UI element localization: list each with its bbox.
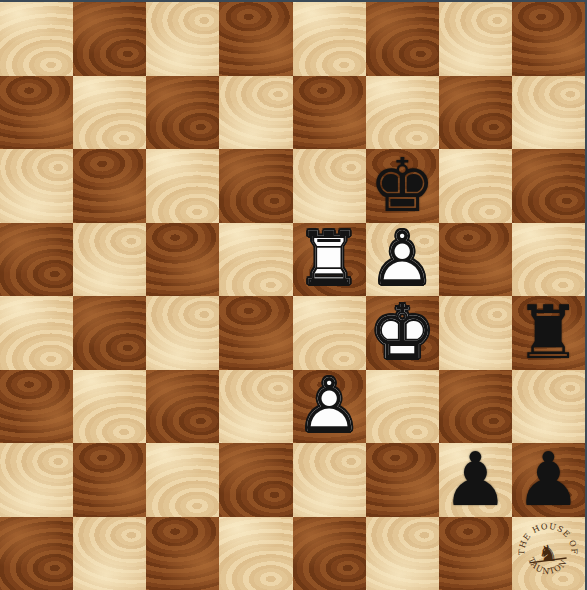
square-g6[interactable] xyxy=(439,149,512,223)
square-f5[interactable]: ♟♙ xyxy=(366,223,439,297)
square-c7[interactable] xyxy=(146,76,219,150)
black-pawn-glyph: ♟ xyxy=(442,443,508,515)
square-e4[interactable] xyxy=(293,296,366,370)
white-rook-glyph: ♜ xyxy=(296,223,362,295)
square-h3[interactable] xyxy=(512,370,585,444)
square-g8[interactable] xyxy=(439,2,512,76)
square-d4[interactable] xyxy=(219,296,292,370)
square-b5[interactable] xyxy=(73,223,146,297)
square-g7[interactable] xyxy=(439,76,512,150)
square-a7[interactable] xyxy=(0,76,73,150)
square-a5[interactable] xyxy=(0,223,73,297)
black-rook-glyph: ♜ xyxy=(515,296,581,368)
board-screenshot: ♚♜♖♟♙♚♔♜♟♙♟♟THE HOUSE OFSTAUNTON®♞ xyxy=(0,0,587,590)
square-c6[interactable] xyxy=(146,149,219,223)
square-f1[interactable] xyxy=(366,517,439,590)
square-h6[interactable] xyxy=(512,149,585,223)
square-d2[interactable] xyxy=(219,443,292,517)
square-e5[interactable]: ♜♖ xyxy=(293,223,366,297)
square-c3[interactable] xyxy=(146,370,219,444)
square-b8[interactable] xyxy=(73,2,146,76)
black-pawn[interactable]: ♟ xyxy=(512,443,585,517)
square-b7[interactable] xyxy=(73,76,146,150)
square-f6[interactable]: ♚ xyxy=(366,149,439,223)
square-a3[interactable] xyxy=(0,370,73,444)
black-pawn[interactable]: ♟ xyxy=(439,443,512,517)
square-h1[interactable]: THE HOUSE OFSTAUNTON®♞ xyxy=(512,517,585,590)
logo-knight-icon: ♞ xyxy=(538,540,558,566)
square-b3[interactable] xyxy=(73,370,146,444)
black-king-glyph: ♚ xyxy=(369,149,435,221)
square-f4[interactable]: ♚♔ xyxy=(366,296,439,370)
square-b4[interactable] xyxy=(73,296,146,370)
square-e7[interactable] xyxy=(293,76,366,150)
square-e6[interactable] xyxy=(293,149,366,223)
square-h7[interactable] xyxy=(512,76,585,150)
white-king-glyph: ♚ xyxy=(369,296,435,368)
white-pawn[interactable]: ♟♙ xyxy=(293,370,366,444)
square-c4[interactable] xyxy=(146,296,219,370)
white-pawn[interactable]: ♟♙ xyxy=(366,223,439,297)
white-pawn-glyph: ♟ xyxy=(369,223,435,295)
square-b6[interactable] xyxy=(73,149,146,223)
square-d1[interactable] xyxy=(219,517,292,590)
square-e8[interactable] xyxy=(293,2,366,76)
square-h2[interactable]: ♟ xyxy=(512,443,585,517)
square-a1[interactable] xyxy=(0,517,73,590)
square-d3[interactable] xyxy=(219,370,292,444)
square-c1[interactable] xyxy=(146,517,219,590)
square-b2[interactable] xyxy=(73,443,146,517)
square-g4[interactable] xyxy=(439,296,512,370)
square-d7[interactable] xyxy=(219,76,292,150)
white-pawn-outline-glyph: ♙ xyxy=(369,223,435,295)
chess-board: ♚♜♖♟♙♚♔♜♟♙♟♟THE HOUSE OFSTAUNTON®♞ xyxy=(0,2,585,590)
square-a4[interactable] xyxy=(0,296,73,370)
square-c8[interactable] xyxy=(146,2,219,76)
white-rook[interactable]: ♜♖ xyxy=(293,223,366,297)
square-c5[interactable] xyxy=(146,223,219,297)
square-a8[interactable] xyxy=(0,2,73,76)
black-king[interactable]: ♚ xyxy=(366,149,439,223)
square-c2[interactable] xyxy=(146,443,219,517)
square-d5[interactable] xyxy=(219,223,292,297)
square-g2[interactable]: ♟ xyxy=(439,443,512,517)
black-rook[interactable]: ♜ xyxy=(512,296,585,370)
white-king[interactable]: ♚♔ xyxy=(366,296,439,370)
square-h4[interactable]: ♜ xyxy=(512,296,585,370)
square-g1[interactable] xyxy=(439,517,512,590)
square-e2[interactable] xyxy=(293,443,366,517)
square-f7[interactable] xyxy=(366,76,439,150)
square-g5[interactable] xyxy=(439,223,512,297)
square-e1[interactable] xyxy=(293,517,366,590)
square-h5[interactable] xyxy=(512,223,585,297)
black-pawn-glyph: ♟ xyxy=(515,443,581,515)
square-d8[interactable] xyxy=(219,2,292,76)
white-king-outline-glyph: ♔ xyxy=(369,296,435,368)
square-h8[interactable] xyxy=(512,2,585,76)
white-pawn-outline-glyph: ♙ xyxy=(296,370,362,442)
square-g3[interactable] xyxy=(439,370,512,444)
square-f2[interactable] xyxy=(366,443,439,517)
square-f3[interactable] xyxy=(366,370,439,444)
square-d6[interactable] xyxy=(219,149,292,223)
square-a2[interactable] xyxy=(0,443,73,517)
white-pawn-glyph: ♟ xyxy=(296,370,362,442)
square-f8[interactable] xyxy=(366,2,439,76)
square-e3[interactable]: ♟♙ xyxy=(293,370,366,444)
square-a6[interactable] xyxy=(0,149,73,223)
square-b1[interactable] xyxy=(73,517,146,590)
house-of-staunton-logo: THE HOUSE OFSTAUNTON®♞ xyxy=(517,522,579,584)
white-rook-outline-glyph: ♖ xyxy=(296,223,362,295)
